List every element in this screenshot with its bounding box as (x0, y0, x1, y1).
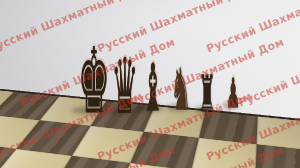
chess-set-product-photo: ♚♛♝♞♜♟ Русский Шахматный ДомРусский Шахм… (0, 0, 300, 168)
knight-piece: ♞ (171, 60, 192, 118)
pieces-layer: ♚♛♝♞♜♟ (0, 0, 300, 168)
bishop-piece: ♝ (141, 55, 164, 120)
queen-piece: ♛ (111, 48, 138, 124)
pawn-piece: ♟ (226, 73, 241, 114)
rook-piece: ♜ (198, 69, 216, 119)
king-piece: ♚ (78, 36, 110, 126)
